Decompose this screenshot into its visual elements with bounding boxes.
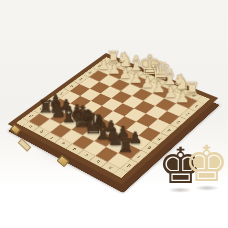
square-b4 <box>136 114 158 128</box>
product-photo-background: abcdefgh8♜♞♝♛♚♝♞♜87♟♟♟♟♟♟♟♟7665544332♟♟♟… <box>0 0 228 228</box>
display-king-light: ♚ <box>184 139 228 189</box>
square-e4 <box>102 98 123 111</box>
